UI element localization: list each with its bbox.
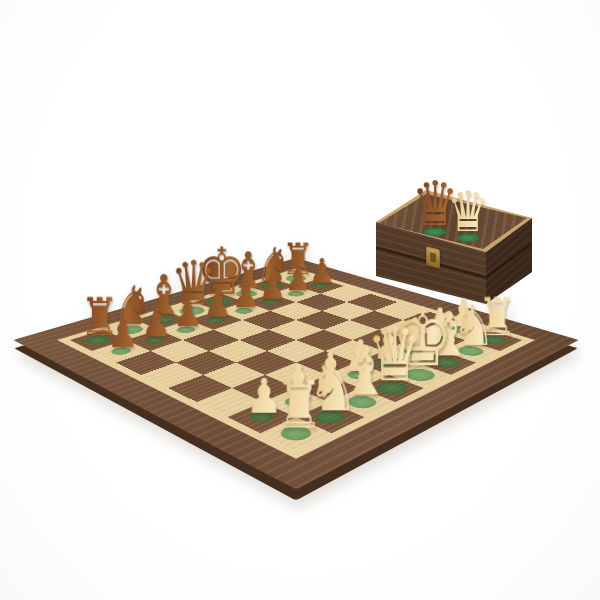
white-rook[interactable]: ♜ — [228, 375, 370, 435]
board-squares: ♜♞♝♛♚♝♞♜♟♟♟♟♟♟♟♟♟♟♟♟♟♟♟♟♜♞♝♛♚♝♞♜ — [70, 271, 523, 450]
square-a1[interactable]: ♜ — [260, 417, 331, 450]
maple-border: ♜♞♝♛♚♝♞♜♟♟♟♟♟♟♟♟♟♟♟♟♟♟♟♟♜♞♝♛♚♝♞♜ — [57, 268, 535, 459]
photo-background: ♛♛ ♜♞♝♛♚♝♞♜♟♟♟♟♟♟♟♟♟♟♟♟♟♟♟♟♜♞♝♛♚♝♞♜ — [0, 0, 600, 600]
black-pawn[interactable]: ♟ — [65, 314, 182, 352]
board-scene: ♜♞♝♛♚♝♞♜♟♟♟♟♟♟♟♟♟♟♟♟♟♟♟♟♜♞♝♛♚♝♞♜ — [0, 0, 600, 600]
walnut-frame: ♜♞♝♛♚♝♞♜♟♟♟♟♟♟♟♟♟♟♟♟♟♟♟♟♜♞♝♛♚♝♞♜ — [13, 258, 579, 490]
square-a7[interactable]: ♟ — [92, 340, 150, 363]
chess-board: ♜♞♝♛♚♝♞♜♟♟♟♟♟♟♟♟♟♟♟♟♟♟♟♟♜♞♝♛♚♝♞♜ — [13, 258, 579, 490]
